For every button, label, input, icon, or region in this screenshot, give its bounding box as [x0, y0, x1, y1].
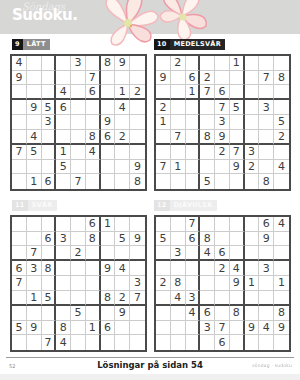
sudoku-cell: [101, 100, 116, 115]
footer: 52 Lösningar på sidan 54 söndag · sudoku: [0, 360, 300, 374]
sudoku-cell: 8: [274, 306, 289, 321]
sudoku-board-hard: 616385972638947315827595981674: [10, 215, 147, 352]
sudoku-cell: [171, 174, 186, 189]
sudoku-cell: [12, 217, 27, 232]
sudoku-cell: 2: [156, 276, 171, 291]
sudoku-cell: [230, 246, 245, 261]
sudoku-cell: [274, 174, 289, 189]
sudoku-cell: 6: [186, 71, 201, 86]
sudoku-cell: [130, 100, 145, 115]
puzzle-number: 9: [12, 39, 23, 50]
sudoku-cell: 7: [42, 335, 57, 350]
sudoku-cell: 1: [86, 321, 101, 336]
sudoku-cell: [71, 217, 86, 232]
sudoku-cell: 9: [101, 115, 116, 130]
masthead-logo: Söndags Sudoku.: [12, 2, 77, 23]
sudoku-cell: 3: [215, 115, 230, 130]
puzzle-number: 10: [154, 39, 170, 50]
sudoku-cell: [186, 335, 201, 350]
sudoku-cell: [171, 100, 186, 115]
sudoku-cell: [259, 335, 274, 350]
sudoku-cell: [200, 56, 215, 71]
sudoku-cell: [171, 115, 186, 130]
sudoku-board-easy: 438997461295643948627514591678: [10, 54, 147, 191]
sudoku-cell: [200, 145, 215, 160]
sudoku-cell: [274, 246, 289, 261]
sudoku-cell: [130, 130, 145, 145]
sudoku-cell: [259, 276, 274, 291]
sudoku-cell: [27, 160, 42, 175]
sudoku-cell: [259, 145, 274, 160]
sudoku-cell: 7: [156, 160, 171, 175]
sudoku-cell: [86, 306, 101, 321]
sudoku-cell: [274, 100, 289, 115]
sudoku-cell: [156, 217, 171, 232]
sudoku-cell: 4: [274, 160, 289, 175]
sudoku-cell: 3: [259, 261, 274, 276]
sudoku-cell: 9: [130, 160, 145, 175]
sudoku-cell: [130, 335, 145, 350]
masthead: Söndags Sudoku.: [0, 0, 300, 34]
sudoku-cell: 6: [101, 130, 116, 145]
sudoku-cell: [245, 115, 260, 130]
sudoku-cell: [56, 291, 71, 306]
sudoku-cell: [42, 85, 57, 100]
sudoku-cell: [27, 56, 42, 71]
puzzle-number: 11: [12, 200, 28, 211]
sudoku-cell: 2: [215, 145, 230, 160]
sudoku-cell: [245, 335, 260, 350]
sudoku-cell: [12, 160, 27, 175]
difficulty-badge-medium: 10 MEDELSVÅR: [154, 39, 225, 50]
sudoku-cell: [71, 276, 86, 291]
sudoku-cell: [115, 115, 130, 130]
sudoku-cell: [115, 335, 130, 350]
sudoku-cell: [12, 291, 27, 306]
sudoku-cell: 7: [171, 130, 186, 145]
sudoku-cell: [56, 276, 71, 291]
sudoku-cell: [12, 335, 27, 350]
sudoku-cell: 9: [101, 261, 116, 276]
sudoku-cell: [130, 115, 145, 130]
sudoku-cell: 6: [101, 321, 116, 336]
sudoku-cell: [12, 85, 27, 100]
sudoku-cell: [186, 261, 201, 276]
sudoku-cell: [27, 306, 42, 321]
sudoku-cell: 7: [200, 85, 215, 100]
sudoku-cell: [186, 115, 201, 130]
sudoku-cell: [42, 246, 57, 261]
sudoku-cell: 9: [259, 232, 274, 247]
sudoku-cell: [230, 130, 245, 145]
sudoku-cell: [274, 291, 289, 306]
sudoku-cell: [130, 261, 145, 276]
sudoku-cell: 2: [156, 100, 171, 115]
sudoku-cell: [101, 276, 116, 291]
sudoku-cell: [86, 160, 101, 175]
sudoku-cell: [186, 100, 201, 115]
sudoku-cell: 7: [12, 145, 27, 160]
sudoku-cell: 6: [259, 217, 274, 232]
sudoku-cell: [12, 174, 27, 189]
sudoku-cell: [27, 71, 42, 86]
sudoku-cell: [71, 71, 86, 86]
sudoku-cell: [115, 321, 130, 336]
sudoku-cell: [245, 56, 260, 71]
sudoku-cell: 6: [200, 306, 215, 321]
sudoku-cell: 5: [42, 291, 57, 306]
sudoku-cell: 8: [200, 130, 215, 145]
sudoku-cell: [156, 321, 171, 336]
sudoku-cell: [56, 306, 71, 321]
sudoku-cell: [230, 217, 245, 232]
sudoku-cell: [27, 276, 42, 291]
sudoku-cell: 5: [71, 306, 86, 321]
sudoku-cell: [274, 261, 289, 276]
difficulty-label: DJÄVULSK: [170, 200, 217, 211]
sudoku-cell: [186, 276, 201, 291]
sudoku-cell: [200, 261, 215, 276]
sudoku-cell: 1: [56, 145, 71, 160]
sudoku-cell: [215, 276, 230, 291]
sudoku-cell: [171, 261, 186, 276]
sudoku-cell: 7: [71, 174, 86, 189]
sudoku-cell: 8: [56, 321, 71, 336]
sudoku-cell: [101, 232, 116, 247]
sudoku-cell: [171, 217, 186, 232]
sudoku-cell: [12, 130, 27, 145]
sudoku-cell: 1: [101, 217, 116, 232]
sudoku-cell: [259, 291, 274, 306]
sudoku-cell: [215, 306, 230, 321]
sudoku-board-medium: 2196278176275313578922737192458: [154, 54, 291, 191]
sudoku-cell: 5: [42, 100, 57, 115]
sudoku-cell: 4: [274, 217, 289, 232]
sudoku-cell: 7: [215, 100, 230, 115]
sudoku-cell: 1: [27, 291, 42, 306]
sudoku-cell: 6: [215, 246, 230, 261]
sudoku-cell: [115, 160, 130, 175]
sudoku-cell: [130, 56, 145, 71]
sudoku-cell: [186, 56, 201, 71]
sudoku-cell: 3: [56, 232, 71, 247]
sudoku-cell: [171, 232, 186, 247]
sudoku-cell: [156, 306, 171, 321]
sudoku-cell: 4: [115, 261, 130, 276]
sudoku-cell: [101, 145, 116, 160]
sudoku-cell: 2: [115, 291, 130, 306]
sudoku-cell: 9: [115, 306, 130, 321]
difficulty-label: LÄTT: [23, 39, 50, 50]
sudoku-cell: [86, 291, 101, 306]
sudoku-cell: 6: [86, 217, 101, 232]
sudoku-cell: [86, 100, 101, 115]
sudoku-cell: [42, 276, 57, 291]
sudoku-cell: 6: [215, 85, 230, 100]
sudoku-cell: [71, 145, 86, 160]
sudoku-cell: 2: [200, 71, 215, 86]
sudoku-cell: [171, 321, 186, 336]
sudoku-cell: [12, 246, 27, 261]
sudoku-cell: 5: [200, 174, 215, 189]
sudoku-cell: [245, 100, 260, 115]
sudoku-cell: 4: [56, 85, 71, 100]
sudoku-cell: [245, 291, 260, 306]
sudoku-cell: 9: [130, 232, 145, 247]
sudoku-cell: [274, 335, 289, 350]
difficulty-badge-devilish: 12 DJÄVULSK: [154, 200, 217, 211]
sudoku-cell: 6: [215, 335, 230, 350]
sudoku-cell: [245, 232, 260, 247]
sudoku-cell: 9: [27, 100, 42, 115]
sudoku-cell: [186, 160, 201, 175]
sudoku-cell: [115, 217, 130, 232]
sudoku-cell: 7: [130, 291, 145, 306]
sudoku-cell: [71, 115, 86, 130]
sudoku-cell: [71, 100, 86, 115]
sudoku-cell: 1: [171, 160, 186, 175]
sudoku-cell: [245, 217, 260, 232]
difficulty-badge-easy: 9 LÄTT: [12, 39, 50, 50]
sudoku-cell: [215, 160, 230, 175]
sudoku-cell: 8: [86, 232, 101, 247]
sudoku-cell: [186, 321, 201, 336]
sudoku-cell: [71, 130, 86, 145]
sudoku-cell: [56, 246, 71, 261]
footer-credit-text: söndag · sudoku: [252, 363, 292, 368]
sudoku-cell: [171, 85, 186, 100]
sudoku-cell: [274, 85, 289, 100]
sudoku-cell: [215, 56, 230, 71]
sudoku-cell: [171, 71, 186, 86]
sudoku-cell: 6: [42, 174, 57, 189]
sudoku-cell: [156, 261, 171, 276]
sudoku-cell: [12, 100, 27, 115]
sudoku-cell: [186, 174, 201, 189]
sudoku-cell: 9: [156, 71, 171, 86]
sudoku-cell: 3: [27, 261, 42, 276]
sudoku-cell: 7: [259, 71, 274, 86]
sudoku-cell: 8: [200, 232, 215, 247]
sudoku-cell: [186, 130, 201, 145]
sudoku-cell: [86, 335, 101, 350]
page-bottom-strip: [0, 374, 300, 380]
sudoku-cell: [86, 174, 101, 189]
sudoku-cell: [215, 71, 230, 86]
sudoku-cell: [56, 174, 71, 189]
sudoku-cell: 8: [230, 306, 245, 321]
sudoku-cell: [245, 261, 260, 276]
sudoku-cell: [259, 85, 274, 100]
sudoku-cell: [186, 246, 201, 261]
sudoku-cell: [115, 276, 130, 291]
sudoku-cell: 9: [230, 160, 245, 175]
sudoku-cell: 3: [245, 145, 260, 160]
sudoku-cell: [12, 232, 27, 247]
sudoku-cell: 8: [274, 71, 289, 86]
sudoku-cell: 7: [86, 71, 101, 86]
sudoku-cell: [71, 160, 86, 175]
sudoku-cell: [274, 232, 289, 247]
sudoku-cell: [130, 217, 145, 232]
sudoku-cell: 3: [71, 56, 86, 71]
sudoku-cell: 9: [115, 56, 130, 71]
sudoku-cell: [27, 85, 42, 100]
sudoku-cell: [259, 306, 274, 321]
sudoku-cell: 2: [215, 261, 230, 276]
sudoku-cell: [200, 276, 215, 291]
sudoku-cell: 2: [71, 246, 86, 261]
sudoku-cell: [259, 130, 274, 145]
sudoku-cell: 3: [42, 115, 57, 130]
sudoku-cell: [86, 115, 101, 130]
sudoku-cell: [171, 335, 186, 350]
sudoku-cell: [130, 246, 145, 261]
sudoku-cell: [230, 85, 245, 100]
sudoku-cell: 4: [171, 291, 186, 306]
sudoku-cell: [156, 335, 171, 350]
sudoku-cell: [130, 306, 145, 321]
sudoku-cell: 5: [156, 232, 171, 247]
sudoku-cell: [156, 85, 171, 100]
sudoku-cell: [86, 261, 101, 276]
sudoku-cell: [245, 71, 260, 86]
sudoku-cell: 1: [27, 174, 42, 189]
sudoku-cell: 5: [230, 100, 245, 115]
sudoku-cell: [71, 261, 86, 276]
sudoku-cell: [71, 335, 86, 350]
sudoku-cell: 8: [259, 174, 274, 189]
sudoku-cell: [200, 100, 215, 115]
sudoku-cell: [230, 291, 245, 306]
sudoku-cell: [42, 56, 57, 71]
sudoku-cell: [230, 335, 245, 350]
sudoku-cell: [71, 232, 86, 247]
sudoku-cell: 1: [245, 276, 260, 291]
sudoku-cell: 8: [101, 56, 116, 71]
sudoku-cell: 3: [171, 246, 186, 261]
sudoku-cell: 1: [156, 115, 171, 130]
sudoku-cell: 4: [186, 306, 201, 321]
sudoku-cell: [200, 217, 215, 232]
sudoku-cell: 2: [171, 56, 186, 71]
sudoku-cell: [27, 232, 42, 247]
sudoku-cell: 2: [245, 160, 260, 175]
sudoku-cell: 6: [86, 85, 101, 100]
sudoku-cell: 4: [200, 246, 215, 261]
sudoku-cell: [230, 174, 245, 189]
sudoku-cell: [130, 321, 145, 336]
sudoku-cell: [86, 56, 101, 71]
sudoku-cell: 4: [230, 261, 245, 276]
sudoku-board-devilish: 764568934624328911434688379496: [154, 215, 291, 352]
sudoku-cell: [259, 115, 274, 130]
sudoku-cell: [42, 130, 57, 145]
sudoku-cell: 3: [200, 321, 215, 336]
sudoku-cell: [156, 145, 171, 160]
sudoku-cell: [42, 217, 57, 232]
sudoku-cell: [86, 276, 101, 291]
sudoku-cell: [215, 174, 230, 189]
sudoku-cell: [101, 246, 116, 261]
sudoku-cell: 4: [259, 321, 274, 336]
sudoku-cell: 5: [27, 145, 42, 160]
footer-divider: [6, 357, 294, 358]
sudoku-cell: 9: [230, 276, 245, 291]
sudoku-cell: [230, 321, 245, 336]
sudoku-cell: 7: [186, 217, 201, 232]
sudoku-cell: [156, 246, 171, 261]
sudoku-cell: 4: [27, 130, 42, 145]
sudoku-cell: [245, 130, 260, 145]
sudoku-cell: 6: [56, 100, 71, 115]
sudoku-cell: 1: [230, 56, 245, 71]
sudoku-cell: 1: [186, 85, 201, 100]
sudoku-cell: 1: [115, 85, 130, 100]
sudoku-cell: [230, 71, 245, 86]
sudoku-cell: 1: [274, 276, 289, 291]
sudoku-cell: [12, 306, 27, 321]
sudoku-cell: 5: [56, 160, 71, 175]
sudoku-cell: 4: [56, 335, 71, 350]
sudoku-cell: [156, 130, 171, 145]
sudoku-cell: 8: [86, 130, 101, 145]
sudoku-cell: [259, 246, 274, 261]
sudoku-cell: [42, 321, 57, 336]
sudoku-cell: [101, 335, 116, 350]
sudoku-cell: [274, 56, 289, 71]
sudoku-cell: 6: [186, 232, 201, 247]
sudoku-cell: 2: [115, 130, 130, 145]
sudoku-cell: [215, 291, 230, 306]
sudoku-cell: [115, 145, 130, 160]
sudoku-cell: [245, 306, 260, 321]
sudoku-cell: [259, 56, 274, 71]
sudoku-cell: [27, 115, 42, 130]
logo-main-text: Sudoku.: [12, 8, 77, 23]
sudoku-cell: 4: [86, 145, 101, 160]
difficulty-badge-hard: 11 SVÅR: [12, 200, 57, 211]
sudoku-cell: 5: [274, 115, 289, 130]
sudoku-cell: [130, 71, 145, 86]
sudoku-cell: [245, 85, 260, 100]
sudoku-cell: [56, 217, 71, 232]
sudoku-cell: 7: [27, 246, 42, 261]
sudoku-cell: [42, 145, 57, 160]
magazine-sudoku-page: Söndags Sudoku. 9 LÄTT 10 MEDELSVÅR: [0, 0, 300, 380]
sudoku-cell: [130, 145, 145, 160]
sudoku-cell: [56, 261, 71, 276]
sudoku-cell: [245, 246, 260, 261]
sudoku-cell: [42, 160, 57, 175]
sudoku-cell: [56, 130, 71, 145]
sudoku-cell: [200, 335, 215, 350]
sudoku-cell: [56, 115, 71, 130]
sudoku-cell: [156, 56, 171, 71]
sudoku-cell: [259, 160, 274, 175]
sudoku-cell: [230, 115, 245, 130]
sudoku-cell: 7: [230, 145, 245, 160]
sudoku-cell: 9: [274, 321, 289, 336]
sudoku-cell: [115, 246, 130, 261]
sudoku-cell: 8: [101, 291, 116, 306]
sudoku-cell: [200, 160, 215, 175]
sudoku-cell: [171, 145, 186, 160]
sudoku-cell: [200, 291, 215, 306]
sudoku-cell: 7: [215, 321, 230, 336]
sudoku-cell: [215, 217, 230, 232]
difficulty-label: MEDELSVÅR: [170, 39, 225, 50]
